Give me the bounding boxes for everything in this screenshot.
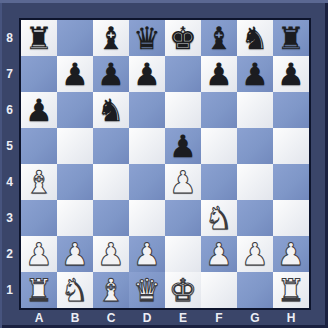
rank-label-5: 5 (0, 128, 19, 164)
square-e2[interactable] (165, 236, 201, 272)
piece-white-bishop[interactable]: ♝ (97, 272, 125, 308)
piece-black-king[interactable]: ♚ (169, 20, 197, 56)
file-label-h: H (273, 308, 309, 328)
square-h2[interactable]: ♟ (273, 236, 309, 272)
rank-label-7: 7 (0, 56, 19, 92)
piece-black-bishop[interactable]: ♝ (97, 20, 125, 56)
square-a7[interactable] (21, 56, 57, 92)
rank-label-4: 4 (0, 164, 19, 200)
square-b8[interactable] (57, 20, 93, 56)
square-a2[interactable]: ♟ (21, 236, 57, 272)
piece-white-rook[interactable]: ♜ (277, 272, 305, 308)
square-h6[interactable] (273, 92, 309, 128)
square-c6[interactable]: ♞ (93, 92, 129, 128)
square-a5[interactable] (21, 128, 57, 164)
piece-black-bishop[interactable]: ♝ (205, 20, 233, 56)
piece-white-bishop[interactable]: ♝ (25, 164, 53, 200)
piece-black-rook[interactable]: ♜ (277, 20, 305, 56)
piece-black-pawn[interactable]: ♟ (205, 56, 233, 92)
square-a4[interactable]: ♝ (21, 164, 57, 200)
piece-white-pawn[interactable]: ♟ (205, 236, 233, 272)
square-g6[interactable] (237, 92, 273, 128)
piece-black-pawn[interactable]: ♟ (97, 56, 125, 92)
square-h8[interactable]: ♜ (273, 20, 309, 56)
square-g5[interactable] (237, 128, 273, 164)
square-f3[interactable]: ♞ (201, 200, 237, 236)
piece-black-pawn[interactable]: ♟ (277, 56, 305, 92)
square-h5[interactable] (273, 128, 309, 164)
piece-white-knight[interactable]: ♞ (61, 272, 89, 308)
square-e3[interactable] (165, 200, 201, 236)
square-g4[interactable] (237, 164, 273, 200)
square-b5[interactable] (57, 128, 93, 164)
file-label-e: E (165, 308, 201, 328)
square-d6[interactable] (129, 92, 165, 128)
file-label-b: B (57, 308, 93, 328)
piece-black-knight[interactable]: ♞ (241, 20, 269, 56)
square-g7[interactable]: ♟ (237, 56, 273, 92)
piece-black-pawn[interactable]: ♟ (133, 56, 161, 92)
piece-black-pawn[interactable]: ♟ (61, 56, 89, 92)
file-label-g: G (237, 308, 273, 328)
square-d7[interactable]: ♟ (129, 56, 165, 92)
square-c7[interactable]: ♟ (93, 56, 129, 92)
piece-white-pawn[interactable]: ♟ (97, 236, 125, 272)
rank-label-1: 1 (0, 272, 19, 308)
piece-white-king[interactable]: ♚ (169, 272, 197, 308)
square-d3[interactable] (129, 200, 165, 236)
square-c5[interactable] (93, 128, 129, 164)
square-e6[interactable] (165, 92, 201, 128)
piece-black-rook[interactable]: ♜ (25, 20, 53, 56)
square-e7[interactable] (165, 56, 201, 92)
square-f4[interactable] (201, 164, 237, 200)
rank-label-2: 2 (0, 236, 19, 272)
piece-black-knight[interactable]: ♞ (97, 92, 125, 128)
chess-diagram-frame: 87654321 ♜♝♛♚♝♞♜♟♟♟♟♟♟♟♞♟♝♟♞♟♟♟♟♟♟♟♜♞♝♛♚… (0, 0, 328, 328)
square-d2[interactable]: ♟ (129, 236, 165, 272)
square-d8[interactable]: ♛ (129, 20, 165, 56)
rank-labels: 87654321 (0, 20, 19, 308)
piece-black-queen[interactable]: ♛ (133, 20, 161, 56)
square-c4[interactable] (93, 164, 129, 200)
square-d5[interactable] (129, 128, 165, 164)
square-g3[interactable] (237, 200, 273, 236)
piece-white-knight[interactable]: ♞ (205, 200, 233, 236)
square-b7[interactable]: ♟ (57, 56, 93, 92)
square-c3[interactable] (93, 200, 129, 236)
square-c2[interactable]: ♟ (93, 236, 129, 272)
square-d4[interactable] (129, 164, 165, 200)
piece-white-pawn[interactable]: ♟ (25, 236, 53, 272)
square-b3[interactable] (57, 200, 93, 236)
square-a1[interactable]: ♜ (21, 272, 57, 308)
rank-label-3: 3 (0, 200, 19, 236)
square-h7[interactable]: ♟ (273, 56, 309, 92)
rank-label-8: 8 (0, 20, 19, 56)
square-f5[interactable] (201, 128, 237, 164)
square-e8[interactable]: ♚ (165, 20, 201, 56)
square-b1[interactable]: ♞ (57, 272, 93, 308)
square-a6[interactable]: ♟ (21, 92, 57, 128)
piece-white-pawn[interactable]: ♟ (169, 164, 197, 200)
square-f7[interactable]: ♟ (201, 56, 237, 92)
piece-white-queen[interactable]: ♛ (133, 272, 161, 308)
piece-white-pawn[interactable]: ♟ (133, 236, 161, 272)
piece-white-pawn[interactable]: ♟ (241, 236, 269, 272)
square-e5[interactable]: ♟ (165, 128, 201, 164)
square-h4[interactable] (273, 164, 309, 200)
file-label-d: D (129, 308, 165, 328)
piece-black-pawn[interactable]: ♟ (241, 56, 269, 92)
square-b2[interactable]: ♟ (57, 236, 93, 272)
file-label-a: A (21, 308, 57, 328)
square-b6[interactable] (57, 92, 93, 128)
square-c1[interactable]: ♝ (93, 272, 129, 308)
rank-label-6: 6 (0, 92, 19, 128)
square-b4[interactable] (57, 164, 93, 200)
square-f8[interactable]: ♝ (201, 20, 237, 56)
square-a8[interactable]: ♜ (21, 20, 57, 56)
file-label-f: F (201, 308, 237, 328)
square-g1[interactable] (237, 272, 273, 308)
square-a3[interactable] (21, 200, 57, 236)
square-e4[interactable]: ♟ (165, 164, 201, 200)
square-e1[interactable]: ♚ (165, 272, 201, 308)
square-c8[interactable]: ♝ (93, 20, 129, 56)
piece-white-pawn[interactable]: ♟ (277, 236, 305, 272)
square-h3[interactable] (273, 200, 309, 236)
square-d1[interactable]: ♛ (129, 272, 165, 308)
piece-white-pawn[interactable]: ♟ (61, 236, 89, 272)
piece-white-rook[interactable]: ♜ (25, 272, 53, 308)
file-label-c: C (93, 308, 129, 328)
square-f1[interactable] (201, 272, 237, 308)
square-g8[interactable]: ♞ (237, 20, 273, 56)
square-g2[interactable]: ♟ (237, 236, 273, 272)
chess-board[interactable]: ♜♝♛♚♝♞♜♟♟♟♟♟♟♟♞♟♝♟♞♟♟♟♟♟♟♟♜♞♝♛♚♜ (19, 18, 311, 310)
square-h1[interactable]: ♜ (273, 272, 309, 308)
square-f6[interactable] (201, 92, 237, 128)
piece-black-pawn[interactable]: ♟ (169, 128, 197, 164)
piece-black-pawn[interactable]: ♟ (25, 92, 53, 128)
file-labels: ABCDEFGH (21, 308, 309, 328)
square-f2[interactable]: ♟ (201, 236, 237, 272)
